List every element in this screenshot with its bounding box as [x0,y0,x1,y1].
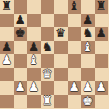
square-f7[interactable] [68,14,82,28]
square-c6[interactable] [27,27,41,41]
square-c7[interactable] [27,14,41,28]
piece-white-pawn[interactable]: ♟ [15,81,26,95]
square-f4[interactable] [68,54,82,68]
square-b8[interactable] [14,0,28,14]
square-a2[interactable] [0,81,14,95]
square-e5[interactable] [54,41,68,55]
piece-white-pawn[interactable]: ♟ [1,54,12,68]
piece-white-pawn[interactable]: ♟ [82,81,93,95]
square-g7[interactable]: ♟ [81,14,95,28]
square-f5[interactable] [68,41,82,55]
square-g2[interactable]: ♟ [81,81,95,95]
square-f6[interactable] [68,27,82,41]
square-a7[interactable] [0,14,14,28]
square-h4[interactable] [95,54,109,68]
square-g5[interactable]: ♝ [81,41,95,55]
square-b7[interactable]: ♟ [14,14,28,28]
square-b6[interactable]: ♚ [14,27,28,41]
piece-white-bishop[interactable]: ♝ [82,41,93,55]
piece-white-bishop[interactable]: ♝ [28,54,39,68]
square-h3[interactable] [95,68,109,82]
square-f2[interactable]: ♟ [68,81,82,95]
piece-black-queen[interactable]: ♛ [55,27,66,41]
piece-black-pawn[interactable]: ♟ [1,41,12,55]
square-e2[interactable] [54,81,68,95]
square-h1[interactable] [95,95,109,109]
square-d6[interactable] [41,27,55,41]
piece-white-pawn[interactable]: ♟ [28,81,39,95]
square-d2[interactable] [41,81,55,95]
square-h8[interactable]: ♜ [95,0,109,14]
square-a1[interactable] [0,95,14,109]
square-g3[interactable] [81,68,95,82]
piece-white-pawn[interactable]: ♟ [69,81,80,95]
square-b2[interactable]: ♟ [14,81,28,95]
piece-black-bishop[interactable]: ♝ [69,0,80,14]
square-c3[interactable] [27,68,41,82]
piece-black-pawn[interactable]: ♟ [15,14,26,28]
square-c4[interactable]: ♝ [27,54,41,68]
square-b1[interactable] [14,95,28,109]
square-c2[interactable]: ♟ [27,81,41,95]
square-e6[interactable]: ♛ [54,27,68,41]
square-h7[interactable] [95,14,109,28]
square-e8[interactable] [54,0,68,14]
square-d4[interactable] [41,54,55,68]
piece-black-king[interactable]: ♚ [15,27,26,41]
square-d1[interactable]: ♜ [41,95,55,109]
square-h5[interactable] [95,41,109,55]
square-a5[interactable]: ♟ [0,41,14,55]
square-f3[interactable] [68,68,82,82]
square-f8[interactable]: ♝ [68,0,82,14]
piece-black-pawn[interactable]: ♟ [82,14,93,28]
square-d5[interactable]: ♞ [41,41,55,55]
square-a6[interactable] [0,27,14,41]
piece-black-pawn[interactable]: ♟ [28,41,39,55]
piece-black-rook[interactable]: ♜ [96,0,107,14]
square-e3[interactable] [54,68,68,82]
square-d8[interactable] [41,0,55,14]
square-a4[interactable]: ♟ [0,54,14,68]
chess-board: ♜♝♜♟♟♚♛♞♟♟♟♞♝♟♝♛♟♟♟♟♟♜♚ [0,0,108,108]
piece-white-rook[interactable]: ♜ [42,95,53,109]
square-h6[interactable]: ♟ [95,27,109,41]
square-e7[interactable] [54,14,68,28]
square-b4[interactable] [14,54,28,68]
piece-white-pawn[interactable]: ♟ [96,81,107,95]
piece-black-pawn[interactable]: ♟ [96,27,107,41]
square-c1[interactable] [27,95,41,109]
square-g1[interactable]: ♚ [81,95,95,109]
square-a8[interactable]: ♜ [0,0,14,14]
square-h2[interactable]: ♟ [95,81,109,95]
square-g4[interactable] [81,54,95,68]
piece-white-king[interactable]: ♚ [82,95,93,109]
piece-black-knight[interactable]: ♞ [82,27,93,41]
square-g6[interactable]: ♞ [81,27,95,41]
square-d7[interactable] [41,14,55,28]
square-b5[interactable] [14,41,28,55]
square-c5[interactable]: ♟ [27,41,41,55]
square-e1[interactable] [54,95,68,109]
square-e4[interactable] [54,54,68,68]
square-f1[interactable] [68,95,82,109]
square-c8[interactable] [27,0,41,14]
piece-black-knight[interactable]: ♞ [42,41,53,55]
square-b3[interactable] [14,68,28,82]
piece-white-queen[interactable]: ♛ [42,68,53,82]
square-g8[interactable] [81,0,95,14]
square-d3[interactable]: ♛ [41,68,55,82]
piece-black-rook[interactable]: ♜ [1,0,12,14]
square-a3[interactable] [0,68,14,82]
